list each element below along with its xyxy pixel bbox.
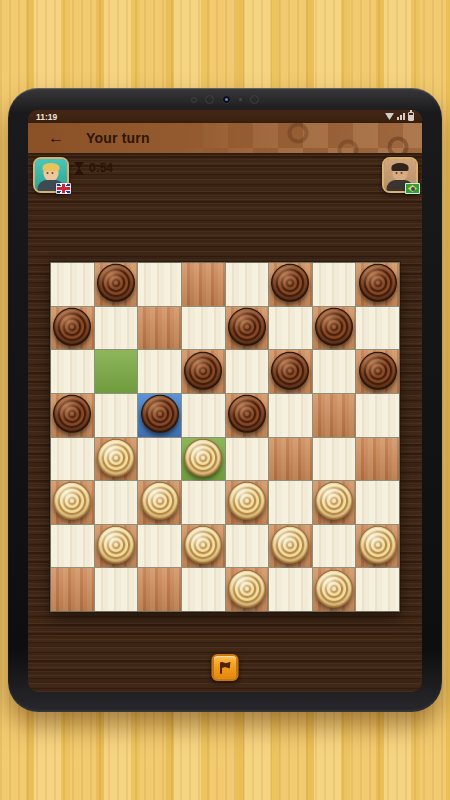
- board-cell-r2c1[interactable]: [51, 307, 94, 350]
- page-title: Your turn: [86, 130, 150, 146]
- checker-piece-dark[interactable]: [315, 308, 353, 346]
- board-cell-r5c8[interactable]: [356, 438, 399, 481]
- light-sensor-icon: [250, 95, 259, 104]
- board-cell-r4c8: [356, 394, 399, 437]
- board-cell-r4c3[interactable]: [138, 394, 181, 437]
- board-cell-r4c4: [182, 394, 225, 437]
- hourglass-icon: [74, 162, 84, 175]
- checker-piece-light[interactable]: [97, 526, 135, 564]
- opponent-avatar: [382, 157, 418, 193]
- board-cell-r8c7[interactable]: [313, 568, 356, 611]
- board-cell-r5c2[interactable]: [95, 438, 138, 481]
- checker-piece-light[interactable]: [184, 439, 222, 477]
- move-timer: 0:54: [74, 161, 113, 175]
- front-camera-cluster: [191, 95, 259, 104]
- board-cell-r7c5: [226, 525, 269, 568]
- checker-piece-light[interactable]: [97, 439, 135, 477]
- front-camera-icon: [222, 95, 231, 104]
- checker-piece-dark[interactable]: [141, 395, 179, 433]
- board: [50, 262, 400, 612]
- board-cell-r6c7[interactable]: [313, 481, 356, 524]
- board-cell-r8c6: [269, 568, 312, 611]
- sensor-ring-icon: [205, 95, 214, 104]
- back-button[interactable]: ←: [44, 128, 68, 148]
- board-cell-r7c3: [138, 525, 181, 568]
- brazil-flag-icon: [405, 183, 420, 194]
- checker-piece-dark[interactable]: [53, 395, 91, 433]
- board-cell-r4c7[interactable]: [313, 394, 356, 437]
- board-cell-r4c6: [269, 394, 312, 437]
- checker-piece-dark[interactable]: [97, 264, 135, 302]
- checker-piece-dark[interactable]: [359, 351, 397, 389]
- board-cell-r1c3: [138, 263, 181, 306]
- checker-piece-dark[interactable]: [184, 351, 222, 389]
- player-avatar: [33, 157, 69, 193]
- status-time: 11:19: [36, 112, 57, 122]
- checker-piece-light[interactable]: [53, 482, 91, 520]
- timer-value: 0:54: [89, 161, 113, 175]
- mic-dot-icon: [239, 98, 242, 101]
- checker-piece-dark[interactable]: [271, 264, 309, 302]
- board-cell-r1c1: [51, 263, 94, 306]
- opponent-face: [393, 164, 408, 181]
- app-bar: ← Your turn: [28, 123, 422, 153]
- status-bar: 11:19: [28, 110, 422, 123]
- board-cell-r8c1[interactable]: [51, 568, 94, 611]
- board-cell-r2c7[interactable]: [313, 307, 356, 350]
- board-cell-r2c6: [269, 307, 312, 350]
- checker-piece-dark[interactable]: [271, 351, 309, 389]
- board-cell-r2c3[interactable]: [138, 307, 181, 350]
- board-cell-r5c4[interactable]: [182, 438, 225, 481]
- board-cell-r8c5[interactable]: [226, 568, 269, 611]
- board-cell-r2c4: [182, 307, 225, 350]
- board-cell-r3c1: [51, 350, 94, 393]
- checker-piece-dark[interactable]: [359, 264, 397, 302]
- board-cell-r1c2[interactable]: [95, 263, 138, 306]
- board-cell-r7c2[interactable]: [95, 525, 138, 568]
- board-cell-r7c7: [313, 525, 356, 568]
- screen: 11:19 ← Your turn 0:54: [28, 110, 422, 692]
- sensor-icon: [191, 97, 197, 103]
- checker-piece-light[interactable]: [271, 526, 309, 564]
- board-cell-r5c5: [226, 438, 269, 481]
- board-cell-r3c7: [313, 350, 356, 393]
- board-cell-r1c4[interactable]: [182, 263, 225, 306]
- board-cell-r2c8: [356, 307, 399, 350]
- wifi-icon: [385, 113, 394, 120]
- board-cell-r4c1[interactable]: [51, 394, 94, 437]
- checker-piece-light[interactable]: [359, 526, 397, 564]
- board-cell-r7c1: [51, 525, 94, 568]
- resign-flag-button[interactable]: [212, 654, 239, 681]
- board-cell-r7c6[interactable]: [269, 525, 312, 568]
- board-cell-r3c8[interactable]: [356, 350, 399, 393]
- board-cell-r1c8[interactable]: [356, 263, 399, 306]
- checker-piece-dark[interactable]: [53, 308, 91, 346]
- player-face: [44, 164, 59, 181]
- checker-piece-light[interactable]: [228, 482, 266, 520]
- battery-icon: [408, 112, 414, 121]
- checker-piece-light[interactable]: [315, 482, 353, 520]
- board-cell-r5c6[interactable]: [269, 438, 312, 481]
- board-cell-r8c4: [182, 568, 225, 611]
- board-cell-r8c8: [356, 568, 399, 611]
- flag-icon: [218, 661, 233, 675]
- board-cell-r2c2: [95, 307, 138, 350]
- board-cell-r1c6[interactable]: [269, 263, 312, 306]
- board-cell-r3c4[interactable]: [182, 350, 225, 393]
- board-cell-r2c5[interactable]: [226, 307, 269, 350]
- board-cell-r6c8: [356, 481, 399, 524]
- board-cell-r6c3[interactable]: [138, 481, 181, 524]
- tablet-frame: 11:19 ← Your turn 0:54: [8, 88, 442, 712]
- page: { "game": "checkers", "status_bar": { "t…: [0, 0, 450, 800]
- uk-flag-icon: [56, 183, 71, 194]
- board-cell-r8c3[interactable]: [138, 568, 181, 611]
- board-cell-r3c6[interactable]: [269, 350, 312, 393]
- status-icons: [385, 112, 414, 121]
- board-cell-r1c5: [226, 263, 269, 306]
- board-cell-r4c2: [95, 394, 138, 437]
- board-cell-r3c2[interactable]: [95, 350, 138, 393]
- board-cell-r7c8[interactable]: [356, 525, 399, 568]
- board-cell-r6c6: [269, 481, 312, 524]
- signal-icon: [397, 113, 405, 120]
- board-cell-r8c2: [95, 568, 138, 611]
- board-cell-r5c7: [313, 438, 356, 481]
- checkerboard-pattern-decor: [178, 123, 422, 153]
- board-cell-r3c3: [138, 350, 181, 393]
- board-cell-r5c1: [51, 438, 94, 481]
- checker-piece-dark[interactable]: [228, 395, 266, 433]
- checker-piece-light[interactable]: [141, 482, 179, 520]
- board-cell-r1c7: [313, 263, 356, 306]
- checker-piece-light[interactable]: [228, 570, 266, 608]
- board-cell-r6c4: [182, 481, 225, 524]
- board-cell-r4c5[interactable]: [226, 394, 269, 437]
- board-cell-r6c1[interactable]: [51, 481, 94, 524]
- checker-piece-light[interactable]: [184, 526, 222, 564]
- checker-piece-light[interactable]: [315, 570, 353, 608]
- board-cell-r6c2: [95, 481, 138, 524]
- checker-piece-dark[interactable]: [228, 308, 266, 346]
- board-cell-r5c3: [138, 438, 181, 481]
- board-cell-r7c4[interactable]: [182, 525, 225, 568]
- board-cell-r3c5: [226, 350, 269, 393]
- board-cell-r6c5[interactable]: [226, 481, 269, 524]
